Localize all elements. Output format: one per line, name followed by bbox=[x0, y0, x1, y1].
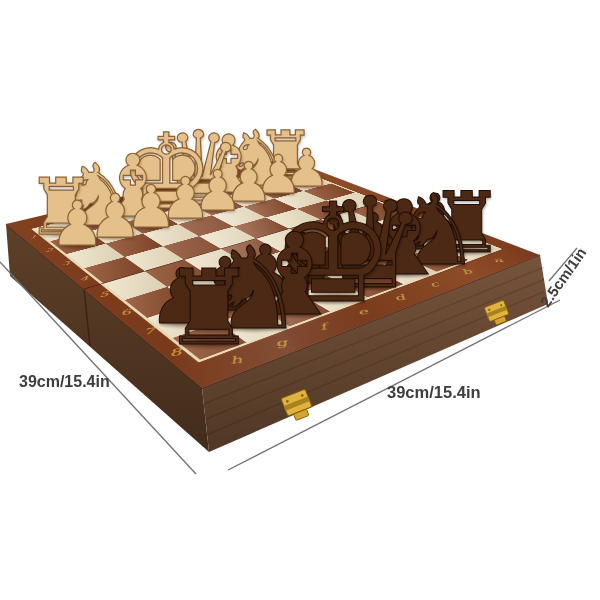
frame-number-5: 5 bbox=[99, 290, 109, 298]
frame-number-8: 8 bbox=[168, 346, 182, 359]
frame-number-3: 3 bbox=[62, 260, 70, 266]
frame-letter-d: d bbox=[391, 293, 408, 303]
frame-letter-a: a bbox=[489, 256, 506, 264]
frame-number-4: 4 bbox=[80, 275, 89, 282]
frame-number-1: 1 bbox=[30, 235, 37, 240]
dimension-label-bottom: 39cm/15.4in bbox=[387, 383, 481, 402]
frame-number-6: 6 bbox=[120, 307, 131, 316]
chess-set-product-photo: 12345678hgfedcba ♜♞♝♛♚♝♞♜♟♟♟♟♟♟♟♟♟♟♟♟♟♟♟… bbox=[0, 0, 600, 600]
frame-letter-c: c bbox=[426, 280, 442, 289]
frame-number-2: 2 bbox=[45, 247, 53, 253]
frame-letter-g: g bbox=[273, 337, 289, 349]
frame-letter-e: e bbox=[355, 306, 371, 316]
dimension-label-left: 39cm/15.4in bbox=[19, 373, 110, 391]
frame-letter-h: h bbox=[228, 354, 244, 367]
frame-number-7: 7 bbox=[143, 326, 155, 337]
frame-letter-f: f bbox=[317, 321, 329, 332]
frame-letter-b: b bbox=[458, 267, 475, 276]
